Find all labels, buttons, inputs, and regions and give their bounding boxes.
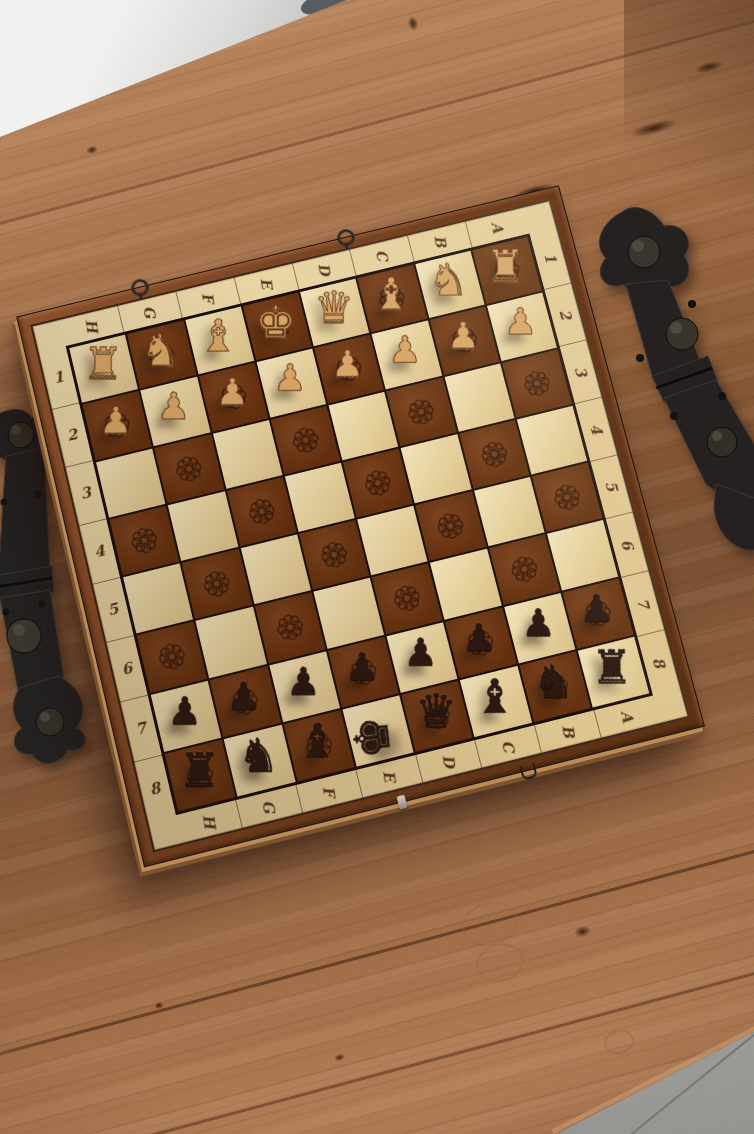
white-pawn-e2: ♟: [273, 360, 307, 397]
black-rook-a8: ♜: [591, 644, 633, 690]
white-bishop-c1: ♝: [371, 272, 412, 316]
black-king-e8: ♚: [346, 714, 398, 761]
black-pawn-a7: ♟: [579, 589, 614, 627]
black-rook-h8: ♜: [178, 747, 220, 794]
white-knight-b1: ♞: [428, 258, 469, 302]
white-pawn-f2: ♟: [215, 374, 249, 411]
white-pawn-d2: ♟: [331, 346, 365, 383]
square-h8: ♜: [165, 739, 236, 811]
square-g8: ♞: [224, 725, 295, 797]
black-queen-d8: ♛: [415, 688, 457, 735]
black-bishop-c8: ♝: [474, 673, 516, 719]
white-bishop-f1: ♝: [198, 314, 239, 358]
scene: HGFEDCBA HGFEDCBA 12345678 12345678 ♜♞♝♚…: [0, 0, 754, 1134]
black-knight-g8: ♞: [237, 732, 279, 779]
black-pawn-e7: ♟: [345, 648, 379, 686]
black-knight-b8: ♞: [532, 659, 574, 705]
square-a8: ♜: [577, 636, 649, 707]
white-rook-h1: ♜: [82, 342, 123, 386]
white-rook-a1: ♜: [485, 244, 526, 288]
white-pawn-c2: ♟: [389, 332, 423, 369]
black-bishop-f8: ♝: [297, 717, 339, 764]
white-pawn-h2: ♟: [99, 402, 133, 439]
black-pawn-d7: ♟: [404, 633, 438, 671]
white-queen-d1: ♛: [313, 286, 354, 330]
square-e8: ♚: [342, 695, 413, 767]
white-king-e1: ♚: [255, 300, 296, 344]
white-pawn-b2: ♟: [446, 318, 480, 355]
black-pawn-c7: ♟: [462, 619, 497, 657]
black-pawn-h7: ♟: [167, 692, 202, 730]
white-knight-g1: ♞: [140, 328, 181, 372]
white-pawn-g2: ♟: [157, 388, 191, 425]
black-pawn-b7: ♟: [521, 604, 556, 642]
black-pawn-g7: ♟: [227, 677, 262, 715]
white-pawn-a2: ♟: [504, 304, 538, 341]
black-pawn-f7: ♟: [286, 662, 320, 700]
